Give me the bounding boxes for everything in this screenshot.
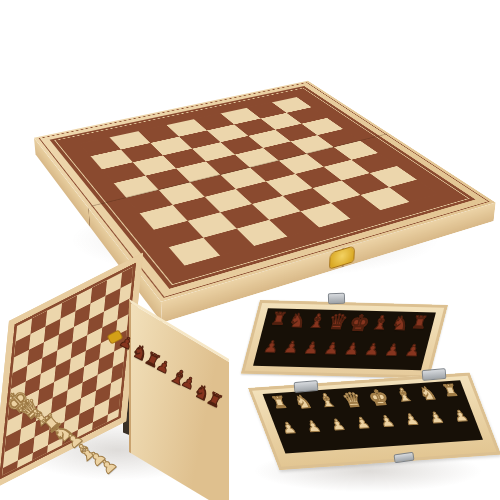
main-board-scene: ♝♚♟♟♟♝♛♜♞♟♜♟♟♟♟♞♚♞♟♝♞♝♜♛♟♟♟♟♟♟♜♟	[0, 0, 500, 300]
silver-hinge-icon	[422, 368, 447, 381]
piece-dark-n: ♞	[389, 314, 412, 336]
piece-dark-p: ♟	[181, 175, 211, 209]
box-lid: ♜♞♝♛♚♝♞♜ ♟♟♟♟♟♟♟♟	[241, 300, 448, 378]
piece-light-p: ♟	[452, 409, 471, 425]
piece-light-b: ♝	[392, 386, 416, 408]
silver-clasp-icon	[328, 293, 345, 305]
box-base: ♜♞♝♛♚♝♞♜ ♟♟♟♟♟♟♟♟	[248, 373, 500, 470]
piece-light-p: ♟	[279, 421, 298, 437]
piece-light-n: ♞	[416, 384, 440, 406]
piece-light-q: ♛	[340, 389, 366, 411]
piece-light-p: ♟	[304, 419, 323, 435]
piece-light-n: ♞	[292, 393, 316, 415]
piece-dark-r: ♜	[408, 314, 429, 336]
piece-dark-p: ♟	[333, 138, 361, 169]
piece-dark-p: ♟	[275, 152, 304, 184]
lid-felt: ♜♞♝♛♚♝♞♜ ♟♟♟♟♟♟♟♟	[253, 308, 436, 370]
piece-dark-p: ♟	[302, 340, 320, 356]
piece-dark-p: ♟	[383, 342, 401, 358]
piece-light-b: ♝	[316, 391, 340, 413]
product-photo-chess-set: { "game": "chess", "scene_views": ["open…	[0, 0, 500, 500]
piece-dark-p: ♟	[343, 341, 361, 357]
piece-light-k: ♚	[366, 387, 393, 409]
piece-dark-p: ♟	[363, 342, 381, 358]
piece-dark-p: ♟	[282, 340, 300, 356]
piece-dark-p: ♟	[262, 339, 280, 355]
piece-light-p: ♟	[402, 412, 421, 428]
silver-hinge-icon	[294, 380, 319, 393]
piece-dark-p: ♟	[304, 145, 332, 177]
piece-light-p: ♟	[378, 414, 397, 430]
piece-dark-n: ♞	[286, 311, 309, 333]
piece-dark-p: ♟	[323, 341, 341, 357]
piece-light-p: ♟	[329, 418, 348, 434]
folded-board-scene: ♚♛♝♜♞♟♝♟♟ ♟♞♜♟♝♟♞♜	[5, 293, 240, 498]
storage-box-scene: ♜♞♝♛♚♝♞♜ ♟♟♟♟♟♟♟♟ ♜♞♝♛♚♝♞♜ ♟♟♟♟♟♟♟♟	[232, 282, 500, 500]
piece-dark-p: ♟	[229, 181, 259, 215]
piece-dark-k: ♚	[347, 312, 372, 334]
board-3d: ♝♚♟♟♟♝♛♜♞♟♜♟♟♟♟♞♚♞♟♝♞♝♜♛♟♟♟♟♟♟♜♟	[34, 81, 496, 302]
lid-row-back: ♜♞♝♛♚♝♞♜	[268, 310, 430, 336]
lid-row-front: ♟♟♟♟♟♟♟♟	[262, 339, 422, 359]
piece-dark-b: ♝	[369, 313, 392, 335]
piece-light-p: ♟	[427, 411, 446, 427]
piece-dark-q: ♛	[325, 312, 349, 334]
piece-light-r: ♜	[440, 383, 462, 405]
piece-dark-p: ♟	[403, 343, 421, 359]
piece-light-r: ♜	[269, 395, 291, 417]
piece-light-p: ♟	[353, 416, 372, 432]
